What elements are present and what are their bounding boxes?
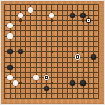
star-point	[51, 19, 53, 21]
stone-white[interactable]	[7, 23, 12, 28]
stone-white[interactable]	[33, 75, 38, 80]
grid-line-horizontal	[4, 77, 99, 78]
star-point	[51, 82, 53, 84]
grid-line-horizontal	[4, 98, 99, 99]
stone-white-marked[interactable]	[75, 54, 80, 59]
star-point	[19, 19, 21, 21]
grid-line-vertical	[98, 4, 99, 99]
stone-black[interactable]	[80, 80, 85, 85]
stone-black[interactable]	[44, 86, 49, 91]
grid-line-vertical	[93, 4, 94, 99]
stone-black[interactable]	[70, 80, 75, 85]
stone-white[interactable]	[13, 80, 18, 85]
stone-black[interactable]	[70, 13, 75, 18]
grid-line-vertical	[57, 4, 58, 99]
grid-line-horizontal	[4, 57, 99, 58]
grid-line-vertical	[62, 4, 63, 99]
stone-black[interactable]	[7, 49, 12, 54]
grid-line-vertical	[67, 4, 68, 99]
stone-black[interactable]	[80, 13, 85, 18]
stone-white[interactable]	[18, 13, 23, 18]
grid-line-vertical	[77, 4, 78, 99]
stone-white[interactable]	[7, 75, 12, 80]
stone-white[interactable]	[7, 33, 12, 38]
stone-white[interactable]	[49, 13, 54, 18]
stone-black-marked[interactable]	[86, 18, 91, 23]
grid-line-horizontal	[4, 62, 99, 63]
stone-white[interactable]	[28, 7, 33, 12]
star-point	[19, 82, 21, 84]
grid-line-horizontal	[4, 93, 99, 94]
star-point	[82, 19, 84, 21]
grid-line-horizontal	[4, 67, 99, 68]
stone-white-marked[interactable]	[44, 75, 49, 80]
grid-line-horizontal	[4, 88, 99, 89]
stone-black[interactable]	[18, 49, 23, 54]
stone-black[interactable]	[7, 65, 12, 70]
go-board[interactable]	[1, 1, 104, 104]
screenshot-frame	[0, 0, 105, 105]
stone-black[interactable]	[91, 54, 96, 59]
grid-line-horizontal	[4, 72, 99, 73]
star-point	[82, 51, 84, 53]
star-point	[51, 51, 53, 53]
